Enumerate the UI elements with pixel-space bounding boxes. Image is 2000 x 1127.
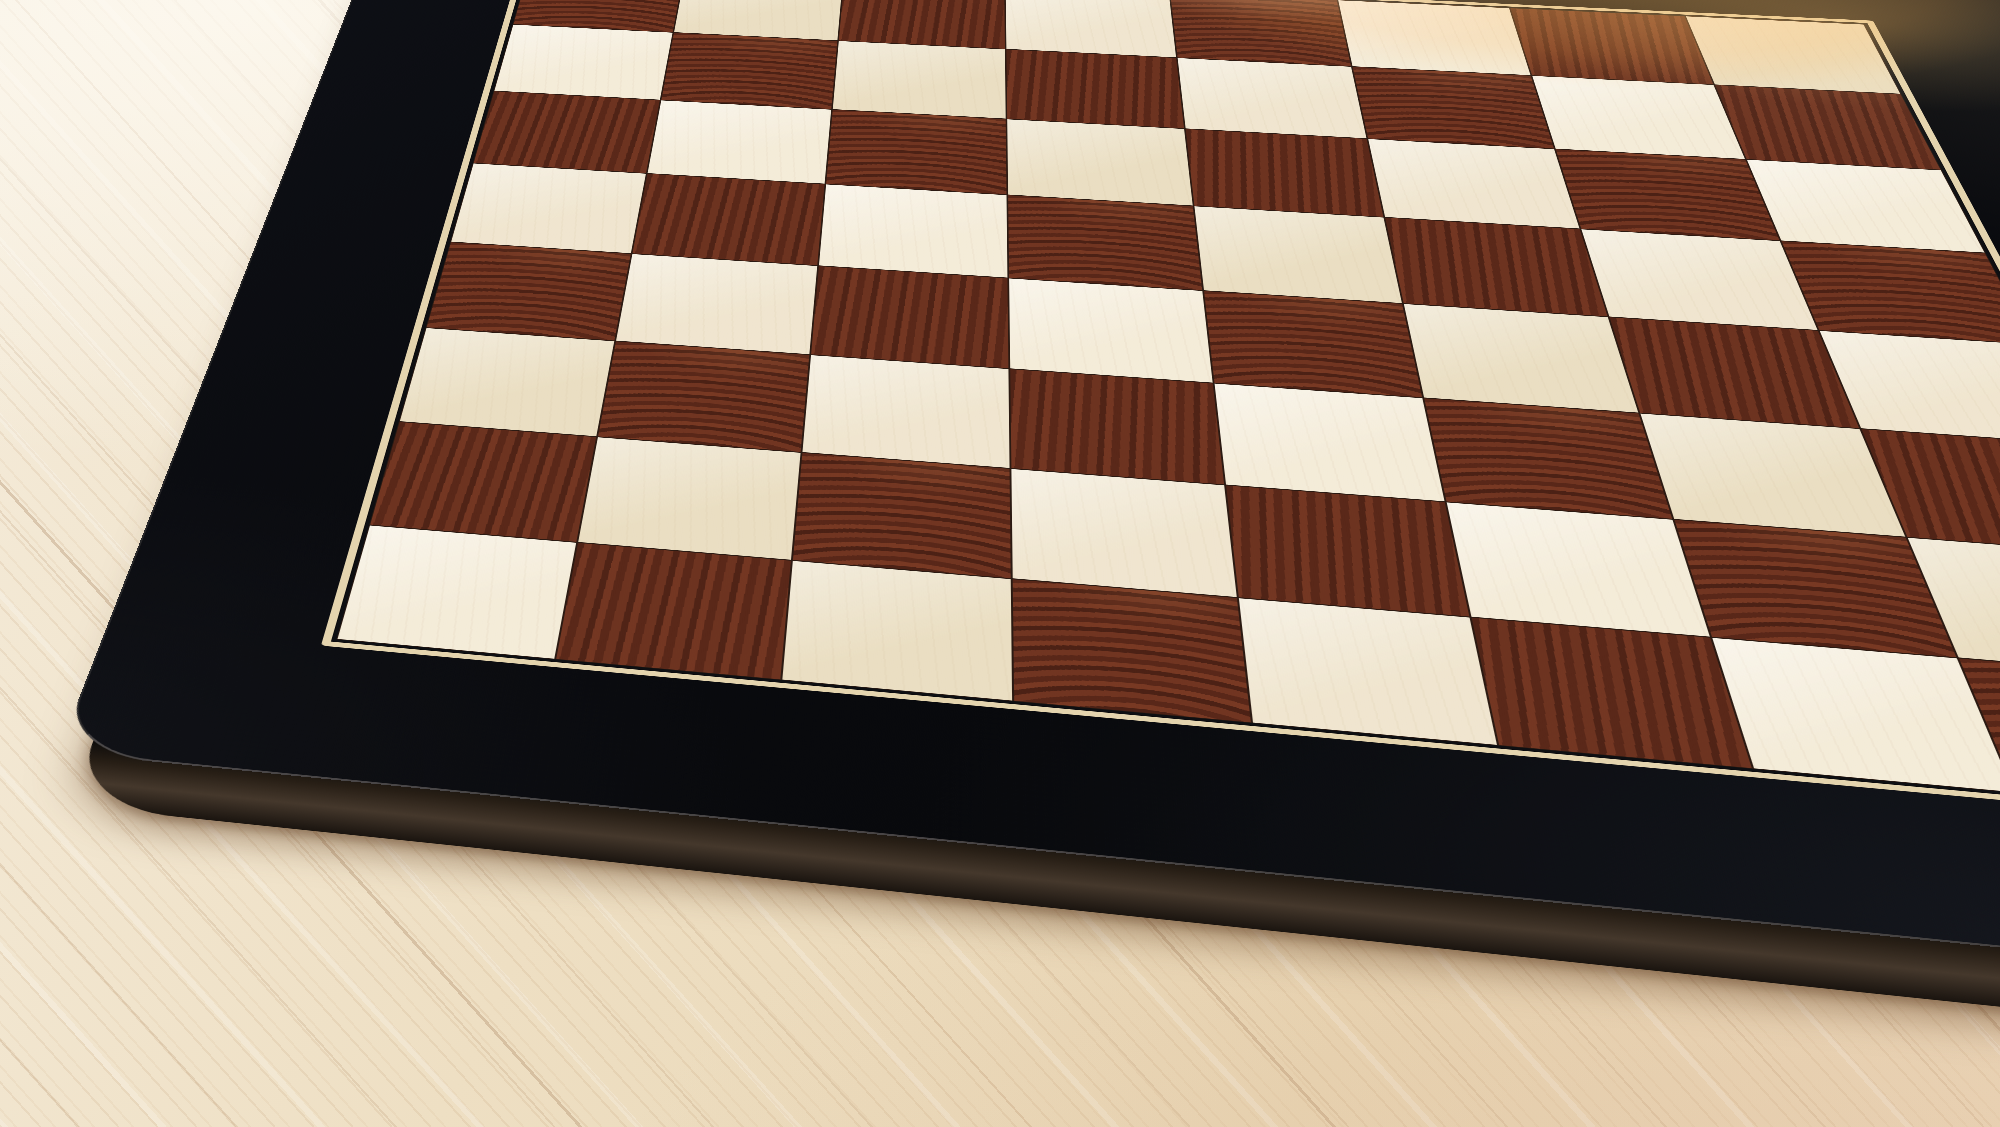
square-r5c2[interactable] [616, 254, 817, 354]
chessboard-grid [336, 0, 2000, 818]
square-r3c7[interactable] [1555, 149, 1779, 240]
square-r3c1[interactable] [474, 91, 660, 173]
square-r6c3[interactable] [802, 355, 1009, 468]
square-r6c1[interactable] [400, 328, 615, 436]
square-r8c5[interactable] [1239, 598, 1497, 745]
square-r1c4[interactable] [1005, 0, 1176, 57]
square-r7c6[interactable] [1447, 502, 1709, 636]
camera-tilt [0, 0, 2000, 1127]
square-r4c5[interactable] [1194, 206, 1402, 302]
square-r7c3[interactable] [792, 453, 1010, 578]
square-r2c2[interactable] [662, 33, 837, 109]
square-r8c7[interactable] [1712, 638, 2000, 792]
square-r3c3[interactable] [826, 110, 1007, 195]
square-r2c1[interactable] [494, 25, 672, 100]
square-r8c3[interactable] [782, 561, 1012, 701]
square-r7c4[interactable] [1011, 469, 1237, 597]
square-r3c4[interactable] [1007, 119, 1193, 205]
square-r6c6[interactable] [1424, 398, 1671, 518]
square-r6c4[interactable] [1010, 369, 1224, 484]
square-r3c5[interactable] [1186, 129, 1384, 217]
square-r5c5[interactable] [1204, 291, 1422, 397]
square-r4c6[interactable] [1385, 218, 1607, 316]
square-r5c3[interactable] [811, 266, 1009, 368]
square-r2c5[interactable] [1178, 58, 1367, 138]
square-r4c3[interactable] [819, 185, 1008, 278]
square-r8c1[interactable] [338, 525, 577, 658]
square-r7c5[interactable] [1226, 485, 1469, 616]
square-r2c4[interactable] [1006, 49, 1184, 128]
square-r4c1[interactable] [451, 164, 646, 253]
square-r1c7[interactable] [1510, 8, 1713, 84]
playfield-frame [321, 0, 2000, 828]
square-r5c4[interactable] [1009, 278, 1213, 382]
square-r2c3[interactable] [832, 41, 1005, 119]
square-r8c6[interactable] [1472, 618, 1751, 768]
square-r8c2[interactable] [556, 543, 790, 679]
square-r1c6[interactable] [1338, 0, 1530, 75]
photo-scene [0, 0, 2000, 1127]
square-r5c6[interactable] [1404, 304, 1638, 413]
square-r3c2[interactable] [648, 100, 831, 183]
square-r7c1[interactable] [370, 422, 596, 542]
square-r3c6[interactable] [1368, 139, 1579, 228]
square-r8c4[interactable] [1012, 579, 1250, 722]
square-r6c5[interactable] [1215, 383, 1445, 501]
square-r4c2[interactable] [633, 174, 824, 265]
square-r7c2[interactable] [578, 437, 800, 559]
square-r1c5[interactable] [1170, 0, 1351, 66]
square-r2c6[interactable] [1353, 67, 1554, 149]
square-r5c1[interactable] [427, 242, 631, 340]
square-r4c4[interactable] [1008, 195, 1202, 290]
square-r2c7[interactable] [1532, 76, 1745, 159]
square-r6c2[interactable] [598, 341, 809, 451]
